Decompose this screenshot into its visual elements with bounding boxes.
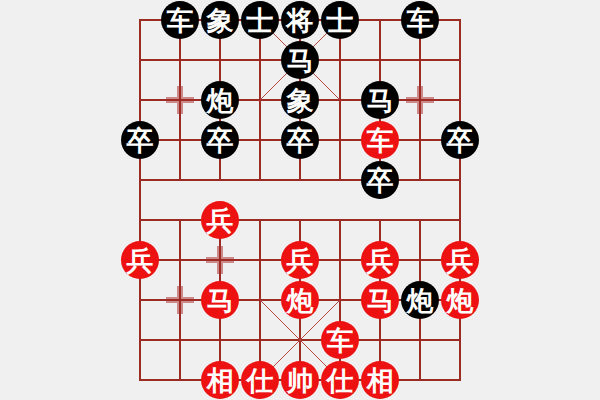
intersection-5-9: 仕 — [320, 360, 360, 400]
piece-black-chariot[interactable]: 车 — [161, 1, 199, 39]
intersection-0-7 — [120, 280, 160, 320]
intersection-8-7: 炮 — [440, 280, 480, 320]
intersection-6-7: 马 — [360, 280, 400, 320]
piece-black-pawn[interactable]: 卒 — [121, 121, 159, 159]
piece-black-cannon[interactable]: 炮 — [201, 81, 239, 119]
piece-red-pawn[interactable]: 兵 — [201, 201, 239, 239]
intersection-3-7 — [240, 280, 280, 320]
piece-black-general[interactable]: 将 — [281, 1, 319, 39]
intersection-5-0: 士 — [320, 0, 360, 40]
intersection-5-2 — [320, 80, 360, 120]
intersection-8-5 — [440, 200, 480, 240]
piece-black-advisor[interactable]: 士 — [241, 1, 279, 39]
piece-black-pawn[interactable]: 卒 — [281, 121, 319, 159]
intersection-6-9: 相 — [360, 360, 400, 400]
intersection-4-2: 象 — [280, 80, 320, 120]
intersection-3-9: 仕 — [240, 360, 280, 400]
intersection-6-0 — [360, 0, 400, 40]
piece-red-pawn[interactable]: 兵 — [441, 241, 479, 279]
intersection-1-3 — [160, 120, 200, 160]
intersection-6-2: 马 — [360, 80, 400, 120]
intersection-8-1 — [440, 40, 480, 80]
intersection-0-8 — [120, 320, 160, 360]
intersection-8-2 — [440, 80, 480, 120]
intersection-0-5 — [120, 200, 160, 240]
intersection-2-3: 卒 — [200, 120, 240, 160]
intersection-8-8 — [440, 320, 480, 360]
intersection-0-4 — [120, 160, 160, 200]
intersection-2-4 — [200, 160, 240, 200]
intersection-4-9: 帅 — [280, 360, 320, 400]
intersection-5-8: 车 — [320, 320, 360, 360]
intersection-1-2 — [160, 80, 200, 120]
intersection-4-8 — [280, 320, 320, 360]
piece-black-pawn[interactable]: 卒 — [361, 161, 399, 199]
intersection-1-0: 车 — [160, 0, 200, 40]
intersection-3-3 — [240, 120, 280, 160]
intersection-2-9: 相 — [200, 360, 240, 400]
intersection-3-1 — [240, 40, 280, 80]
intersection-0-1 — [120, 40, 160, 80]
piece-black-horse[interactable]: 马 — [361, 81, 399, 119]
intersection-5-1 — [320, 40, 360, 80]
intersection-7-4 — [400, 160, 440, 200]
piece-red-pawn[interactable]: 兵 — [361, 241, 399, 279]
intersection-4-6: 兵 — [280, 240, 320, 280]
piece-red-cannon[interactable]: 炮 — [441, 281, 479, 319]
intersection-3-6 — [240, 240, 280, 280]
piece-red-pawn[interactable]: 兵 — [281, 241, 319, 279]
intersection-7-8 — [400, 320, 440, 360]
star-point-marker — [206, 246, 234, 274]
piece-red-chariot[interactable]: 车 — [361, 121, 399, 159]
intersection-5-5 — [320, 200, 360, 240]
intersection-2-1 — [200, 40, 240, 80]
intersection-7-1 — [400, 40, 440, 80]
intersection-1-1 — [160, 40, 200, 80]
intersection-1-5 — [160, 200, 200, 240]
star-point-marker — [166, 86, 194, 114]
intersection-5-7 — [320, 280, 360, 320]
intersection-3-2 — [240, 80, 280, 120]
intersection-6-3: 车 — [360, 120, 400, 160]
intersection-4-3: 卒 — [280, 120, 320, 160]
piece-red-chariot[interactable]: 车 — [321, 321, 359, 359]
intersection-0-2 — [120, 80, 160, 120]
intersection-0-9 — [120, 360, 160, 400]
piece-black-elephant[interactable]: 象 — [201, 1, 239, 39]
intersection-8-6: 兵 — [440, 240, 480, 280]
intersection-7-2 — [400, 80, 440, 120]
piece-red-horse[interactable]: 马 — [201, 281, 239, 319]
intersection-2-8 — [200, 320, 240, 360]
piece-red-elephant[interactable]: 相 — [361, 361, 399, 399]
intersection-5-6 — [320, 240, 360, 280]
piece-black-pawn[interactable]: 卒 — [441, 121, 479, 159]
intersection-1-8 — [160, 320, 200, 360]
intersection-3-4 — [240, 160, 280, 200]
piece-black-chariot[interactable]: 车 — [401, 1, 439, 39]
intersection-5-3 — [320, 120, 360, 160]
intersection-3-0: 士 — [240, 0, 280, 40]
intersection-8-0 — [440, 0, 480, 40]
intersection-3-8 — [240, 320, 280, 360]
intersection-7-3 — [400, 120, 440, 160]
piece-black-advisor[interactable]: 士 — [321, 1, 359, 39]
piece-black-elephant[interactable]: 象 — [281, 81, 319, 119]
intersection-4-1: 马 — [280, 40, 320, 80]
intersection-5-4 — [320, 160, 360, 200]
star-point-marker — [406, 86, 434, 114]
intersection-1-6 — [160, 240, 200, 280]
intersection-7-5 — [400, 200, 440, 240]
intersection-2-6 — [200, 240, 240, 280]
board-intersections: 车象士将士车马炮象马卒卒卒车卒卒兵兵兵兵兵马炮马炮炮车相仕帅仕相 — [120, 0, 480, 400]
intersection-4-5 — [280, 200, 320, 240]
intersection-3-5 — [240, 200, 280, 240]
piece-red-elephant[interactable]: 相 — [201, 361, 239, 399]
intersection-7-7: 炮 — [400, 280, 440, 320]
intersection-6-1 — [360, 40, 400, 80]
piece-red-cannon[interactable]: 炮 — [281, 281, 319, 319]
intersection-0-6: 兵 — [120, 240, 160, 280]
piece-red-pawn[interactable]: 兵 — [121, 241, 159, 279]
intersection-7-6 — [400, 240, 440, 280]
intersection-4-4 — [280, 160, 320, 200]
piece-red-horse[interactable]: 马 — [361, 281, 399, 319]
intersection-7-9 — [400, 360, 440, 400]
piece-black-cannon[interactable]: 炮 — [401, 281, 439, 319]
piece-red-general[interactable]: 帅 — [281, 361, 319, 399]
intersection-8-9 — [440, 360, 480, 400]
star-point-marker — [166, 286, 194, 314]
intersection-8-4 — [440, 160, 480, 200]
piece-red-advisor[interactable]: 仕 — [321, 361, 359, 399]
intersection-2-5: 兵 — [200, 200, 240, 240]
intersection-2-7: 马 — [200, 280, 240, 320]
intersection-4-7: 炮 — [280, 280, 320, 320]
piece-black-pawn[interactable]: 卒 — [201, 121, 239, 159]
intersection-8-3: 卒 — [440, 120, 480, 160]
intersection-6-4: 卒 — [360, 160, 400, 200]
piece-red-advisor[interactable]: 仕 — [241, 361, 279, 399]
intersection-2-2: 炮 — [200, 80, 240, 120]
intersection-1-4 — [160, 160, 200, 200]
intersection-2-0: 象 — [200, 0, 240, 40]
intersection-4-0: 将 — [280, 0, 320, 40]
intersection-0-3: 卒 — [120, 120, 160, 160]
xiangqi-board: 车象士将士车马炮象马卒卒卒车卒卒兵兵兵兵兵马炮马炮炮车相仕帅仕相 — [0, 0, 600, 400]
intersection-7-0: 车 — [400, 0, 440, 40]
intersection-1-7 — [160, 280, 200, 320]
intersection-6-6: 兵 — [360, 240, 400, 280]
intersection-1-9 — [160, 360, 200, 400]
intersection-6-8 — [360, 320, 400, 360]
intersection-6-5 — [360, 200, 400, 240]
intersection-0-0 — [120, 0, 160, 40]
piece-black-horse[interactable]: 马 — [281, 41, 319, 79]
